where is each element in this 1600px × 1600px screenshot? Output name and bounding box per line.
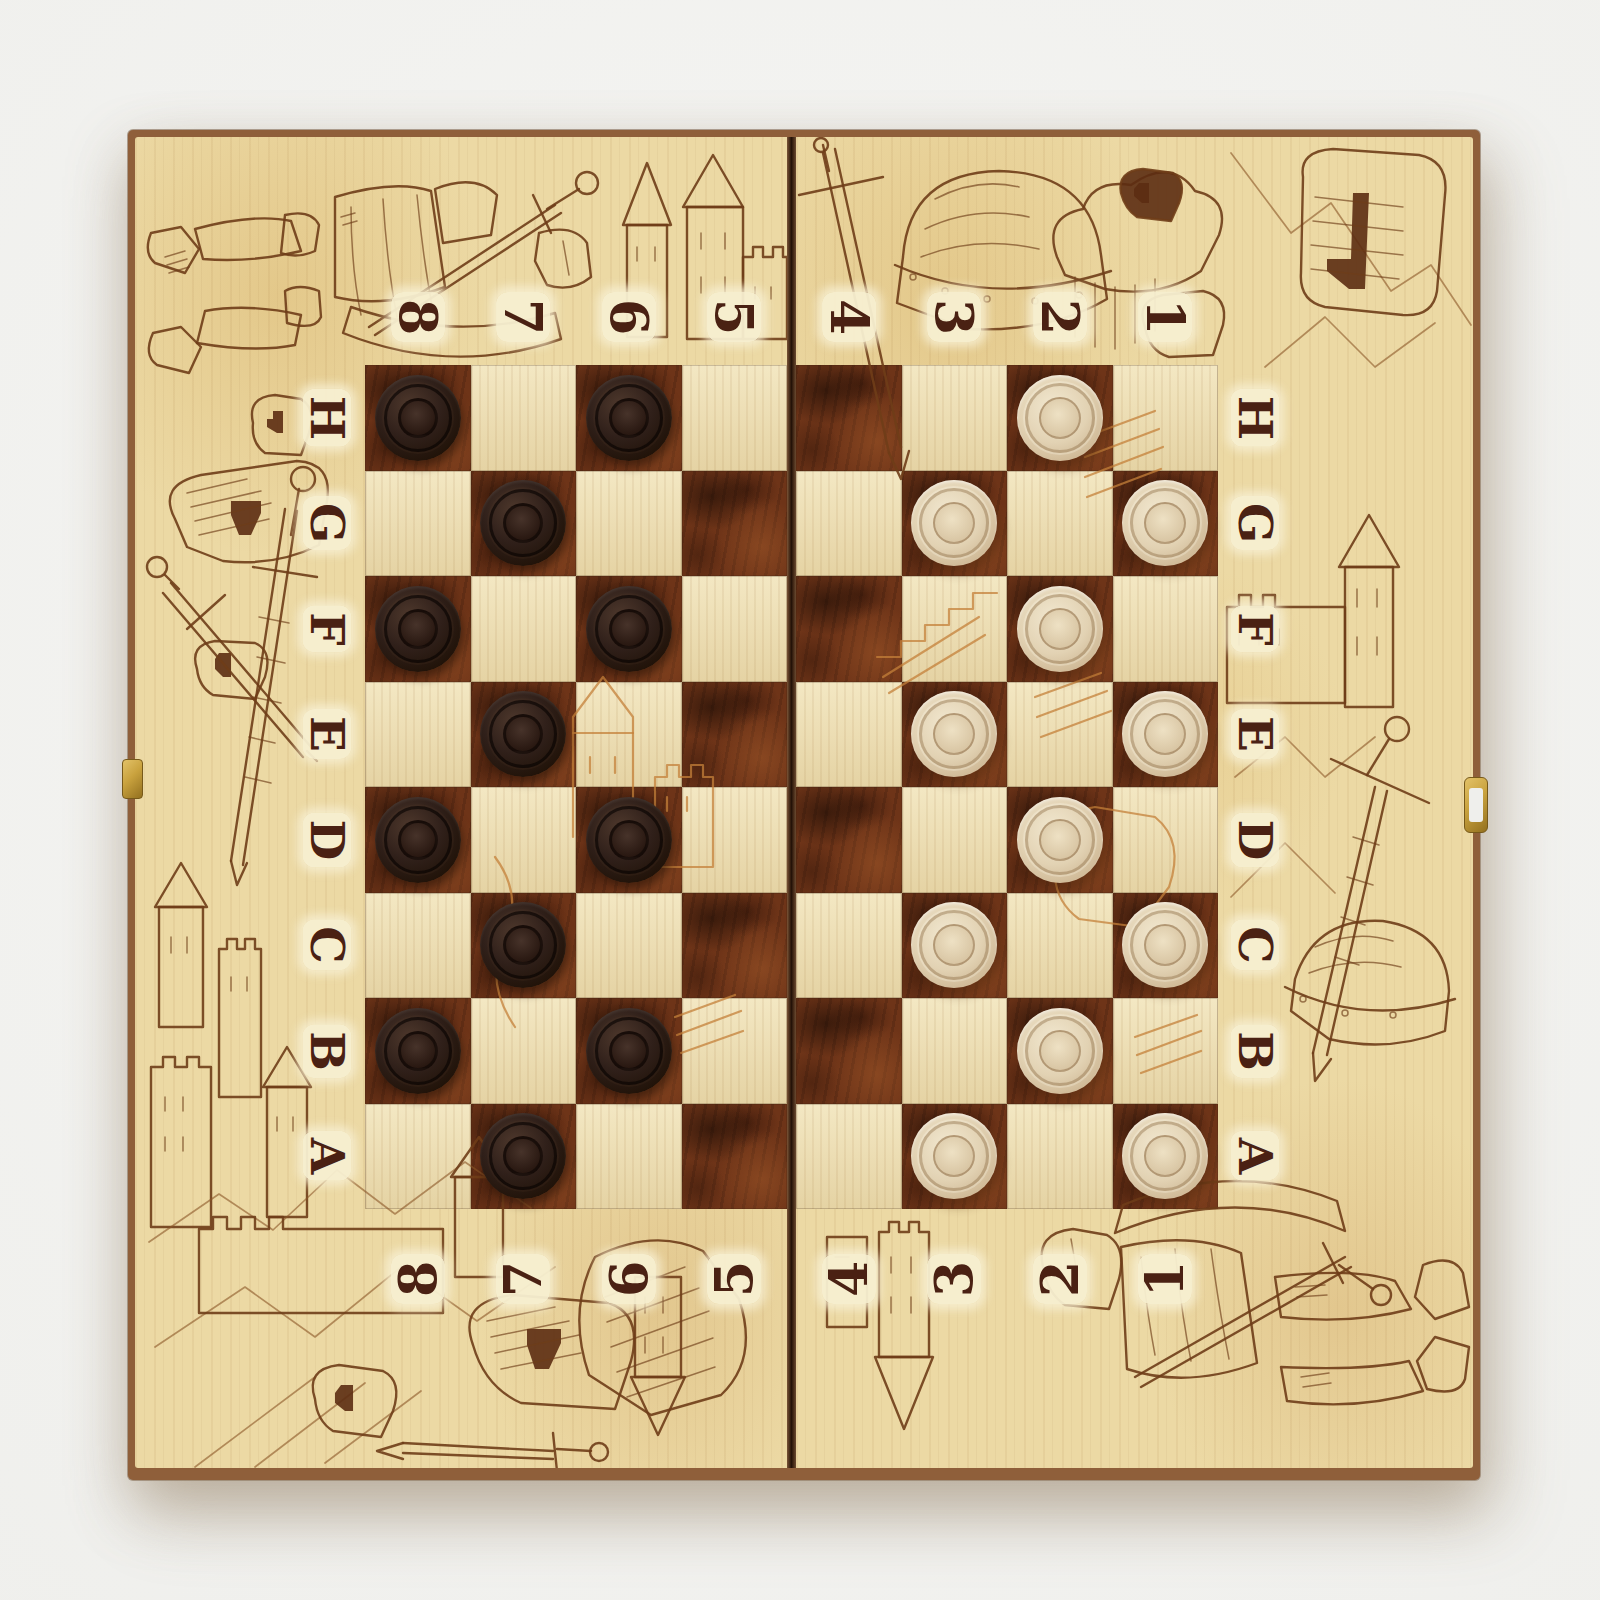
light-checker-b2[interactable]	[1017, 1008, 1103, 1094]
sword-and-helmet-right-edge	[1285, 717, 1455, 1081]
clasp-right	[1464, 777, 1488, 833]
game-board: 8765432187654321HGFEDCBAHGFEDCBA	[128, 130, 1480, 1480]
bottom-rank-label-3: 3	[927, 1254, 981, 1304]
top-rank-label-5: 5	[707, 292, 761, 342]
right-file-label-G: G	[1231, 496, 1280, 550]
light-checker-a3[interactable]	[911, 1113, 997, 1199]
dark-checker-b6[interactable]	[586, 1008, 672, 1094]
top-rank-label-4: 4	[822, 292, 876, 342]
clasp-left	[122, 759, 143, 799]
light-checker-e1[interactable]	[1122, 691, 1208, 777]
left-file-label-B: B	[303, 1024, 352, 1078]
light-checker-d2[interactable]	[1017, 797, 1103, 883]
knight-sketch-bottom-right	[1042, 1181, 1469, 1404]
dark-checker-g7[interactable]	[480, 480, 566, 566]
right-file-label-D: D	[1231, 812, 1280, 867]
dark-checker-d8[interactable]	[375, 797, 461, 883]
top-rank-label-1: 1	[1138, 292, 1192, 342]
top-rank-label-7: 7	[496, 292, 550, 342]
castle-spire-towers-near-seam-bottom	[631, 1222, 933, 1435]
right-file-label-C: C	[1231, 920, 1280, 971]
light-checker-g3[interactable]	[911, 480, 997, 566]
right-file-label-B: B	[1231, 1024, 1280, 1078]
left-file-label-F: F	[303, 605, 352, 652]
top-rank-label-3: 3	[927, 292, 981, 342]
bottom-rank-label-5: 5	[707, 1254, 761, 1304]
dark-checker-e7[interactable]	[480, 691, 566, 777]
dark-checker-f6[interactable]	[586, 586, 672, 672]
left-file-label-H: H	[303, 389, 352, 447]
light-checker-h2[interactable]	[1017, 375, 1103, 461]
dark-checker-d6[interactable]	[586, 797, 672, 883]
dark-checker-h8[interactable]	[375, 375, 461, 461]
dark-checker-f8[interactable]	[375, 586, 461, 672]
bottom-rank-label-7: 7	[496, 1254, 550, 1304]
top-rank-label-6: 6	[602, 292, 656, 342]
left-file-label-A: A	[303, 1131, 352, 1181]
right-file-label-H: H	[1231, 389, 1280, 447]
helmet-sketch-top-right	[1231, 149, 1471, 367]
dark-checker-h6[interactable]	[586, 375, 672, 461]
left-file-label-E: E	[303, 709, 352, 759]
dark-checker-b8[interactable]	[375, 1008, 461, 1094]
board-surface: 8765432187654321HGFEDCBAHGFEDCBA	[135, 137, 1473, 1468]
light-checker-c3[interactable]	[911, 902, 997, 988]
right-file-label-F: F	[1231, 605, 1280, 652]
right-file-label-A: A	[1231, 1131, 1280, 1181]
bottom-rank-label-1: 1	[1138, 1254, 1192, 1304]
light-checker-e3[interactable]	[911, 691, 997, 777]
crossed-swords-sketch-left	[147, 467, 317, 885]
bottom-rank-label-2: 2	[1033, 1254, 1087, 1304]
dark-checker-a7[interactable]	[480, 1113, 566, 1199]
left-file-label-C: C	[303, 920, 352, 971]
board-hinge-seam	[787, 137, 796, 1468]
left-file-label-D: D	[303, 812, 352, 867]
left-file-label-G: G	[303, 496, 352, 550]
bottom-rank-label-6: 6	[602, 1254, 656, 1304]
top-rank-label-2: 2	[1033, 292, 1087, 342]
light-checker-g1[interactable]	[1122, 480, 1208, 566]
light-checker-f2[interactable]	[1017, 586, 1103, 672]
bottom-rank-label-4: 4	[822, 1254, 876, 1304]
right-file-label-E: E	[1231, 709, 1280, 759]
helmets-and-sword-bottom-left	[313, 1295, 634, 1468]
dark-checker-c7[interactable]	[480, 902, 566, 988]
knight-sketch-top-left	[148, 172, 598, 373]
light-checker-c1[interactable]	[1122, 902, 1208, 988]
pyrography-decorations	[135, 137, 1473, 1468]
light-checker-a1[interactable]	[1122, 1113, 1208, 1199]
top-rank-label-8: 8	[391, 292, 445, 342]
bottom-rank-label-8: 8	[391, 1254, 445, 1304]
mountains-and-castle-wall-bottom-left	[149, 1137, 746, 1467]
castle-sketch-left-bottom	[151, 863, 311, 1227]
